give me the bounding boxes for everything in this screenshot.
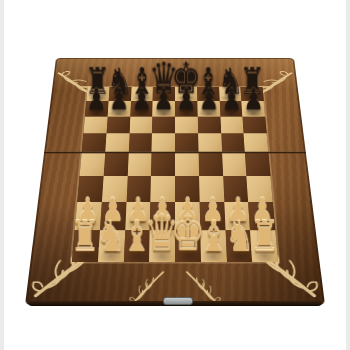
folding-board-hinge-seam: [44, 151, 306, 153]
piece-shadow: [88, 95, 108, 101]
square-g4: [222, 153, 247, 176]
square-a8: ♜: [86, 87, 109, 101]
piece-shadow: [110, 95, 130, 101]
square-h7: ♟: [242, 101, 266, 117]
piece-shadow: [220, 95, 240, 101]
square-f4: [198, 153, 222, 176]
square-h1: ♜: [250, 230, 278, 262]
square-e5: [175, 134, 198, 153]
piece-shadow: [199, 110, 219, 117]
piece-shadow: [126, 218, 148, 230]
square-a2: ♟: [75, 202, 102, 231]
square-e8: ♚: [175, 87, 197, 101]
square-h6: [243, 116, 267, 133]
square-a7: ♟: [85, 101, 109, 117]
piece-shadow: [253, 248, 277, 261]
piece-shadow: [151, 218, 173, 230]
square-b4: [103, 153, 128, 176]
square-b7: ♟: [107, 101, 130, 117]
square-d8: ♛: [153, 87, 175, 101]
square-f8: ♝: [197, 87, 219, 101]
square-g2: ♟: [224, 202, 250, 231]
square-c6: [129, 116, 152, 133]
carving-feather-bottom-left-icon: [27, 230, 126, 302]
square-b8: ♞: [108, 87, 131, 101]
piece-shadow: [125, 248, 148, 261]
square-e2: ♟: [175, 202, 200, 231]
square-b2: ♟: [100, 202, 126, 231]
square-g7: ♟: [219, 101, 242, 117]
piece-shadow: [176, 95, 196, 101]
square-h3: [247, 176, 273, 202]
piece-shadow: [198, 95, 218, 101]
piece-shadow: [176, 218, 198, 230]
piece-shadow: [101, 218, 124, 230]
square-a5: [82, 134, 107, 153]
piece-shadow: [177, 248, 200, 261]
square-g8: ♞: [219, 87, 242, 101]
wooden-chess-board: ♜♞♝♛♚♝♞♜♟♟♟♟♟♟♟♟♟♟♟♟♟♟♟♟♜♞♝♛♚♝♞♜: [25, 58, 325, 305]
piece-shadow: [99, 248, 122, 261]
piece-shadow: [131, 110, 151, 117]
square-h5: [244, 134, 269, 153]
piece-shadow: [176, 110, 196, 117]
square-c4: [127, 153, 151, 176]
square-d6: [152, 116, 175, 133]
square-d4: [151, 153, 175, 176]
square-g5: [221, 134, 245, 153]
piece-shadow: [151, 248, 174, 261]
square-h8: ♜: [241, 87, 264, 101]
carving-feather-bottom-right-icon: [224, 230, 323, 302]
chess-board: ♜♞♝♛♚♝♞♜♟♟♟♟♟♟♟♟♟♟♟♟♟♟♟♟♜♞♝♛♚♝♞♜: [72, 87, 278, 262]
square-d3: [151, 176, 175, 202]
square-c3: [126, 176, 151, 202]
piece-shadow: [154, 95, 174, 101]
piece-shadow: [251, 218, 274, 230]
chess-set-photo: ♜♞♝♛♚♝♞♜♟♟♟♟♟♟♟♟♟♟♟♟♟♟♟♟♜♞♝♛♚♝♞♜: [0, 0, 350, 350]
square-d1: ♛: [149, 230, 175, 262]
metal-clasp: [163, 297, 193, 305]
square-c8: ♝: [131, 87, 153, 101]
square-a1: ♜: [72, 230, 100, 262]
square-h4: [245, 153, 270, 176]
square-g6: [220, 116, 244, 133]
square-f7: ♟: [197, 101, 220, 117]
square-b6: [106, 116, 130, 133]
square-d5: [152, 134, 175, 153]
photo-right-margin-strip: [346, 0, 350, 350]
photo-left-margin-strip: [0, 0, 4, 350]
square-c2: ♟: [125, 202, 151, 231]
square-f1: ♝: [200, 230, 226, 262]
square-f2: ♟: [199, 202, 225, 231]
piece-shadow: [132, 95, 152, 101]
piece-shadow: [242, 95, 262, 101]
square-a3: [77, 176, 103, 202]
square-d7: ♟: [152, 101, 175, 117]
square-g1: ♞: [225, 230, 252, 262]
piece-shadow: [76, 218, 99, 230]
square-h2: ♟: [248, 202, 275, 231]
square-e1: ♚: [175, 230, 201, 262]
square-c5: [128, 134, 152, 153]
square-a4: [80, 153, 105, 176]
piece-shadow: [202, 248, 225, 261]
piece-shadow: [86, 110, 106, 117]
square-g3: [223, 176, 249, 202]
piece-shadow: [227, 248, 250, 261]
square-a6: [83, 116, 107, 133]
piece-shadow: [243, 110, 263, 117]
square-c7: ♟: [130, 101, 153, 117]
piece-shadow: [226, 218, 249, 230]
square-b3: [102, 176, 128, 202]
piece-shadow: [154, 110, 174, 117]
square-c1: ♝: [123, 230, 149, 262]
piece-shadow: [221, 110, 241, 117]
square-b5: [105, 134, 129, 153]
square-d2: ♟: [150, 202, 175, 231]
piece-shadow: [201, 218, 223, 230]
square-e7: ♟: [175, 101, 198, 117]
square-f5: [198, 134, 222, 153]
square-f3: [199, 176, 224, 202]
square-f6: [198, 116, 221, 133]
square-e6: [175, 116, 198, 133]
square-e4: [175, 153, 199, 176]
piece-shadow: [73, 248, 97, 261]
square-e3: [175, 176, 199, 202]
square-b1: ♞: [98, 230, 125, 262]
piece-shadow: [109, 110, 129, 117]
